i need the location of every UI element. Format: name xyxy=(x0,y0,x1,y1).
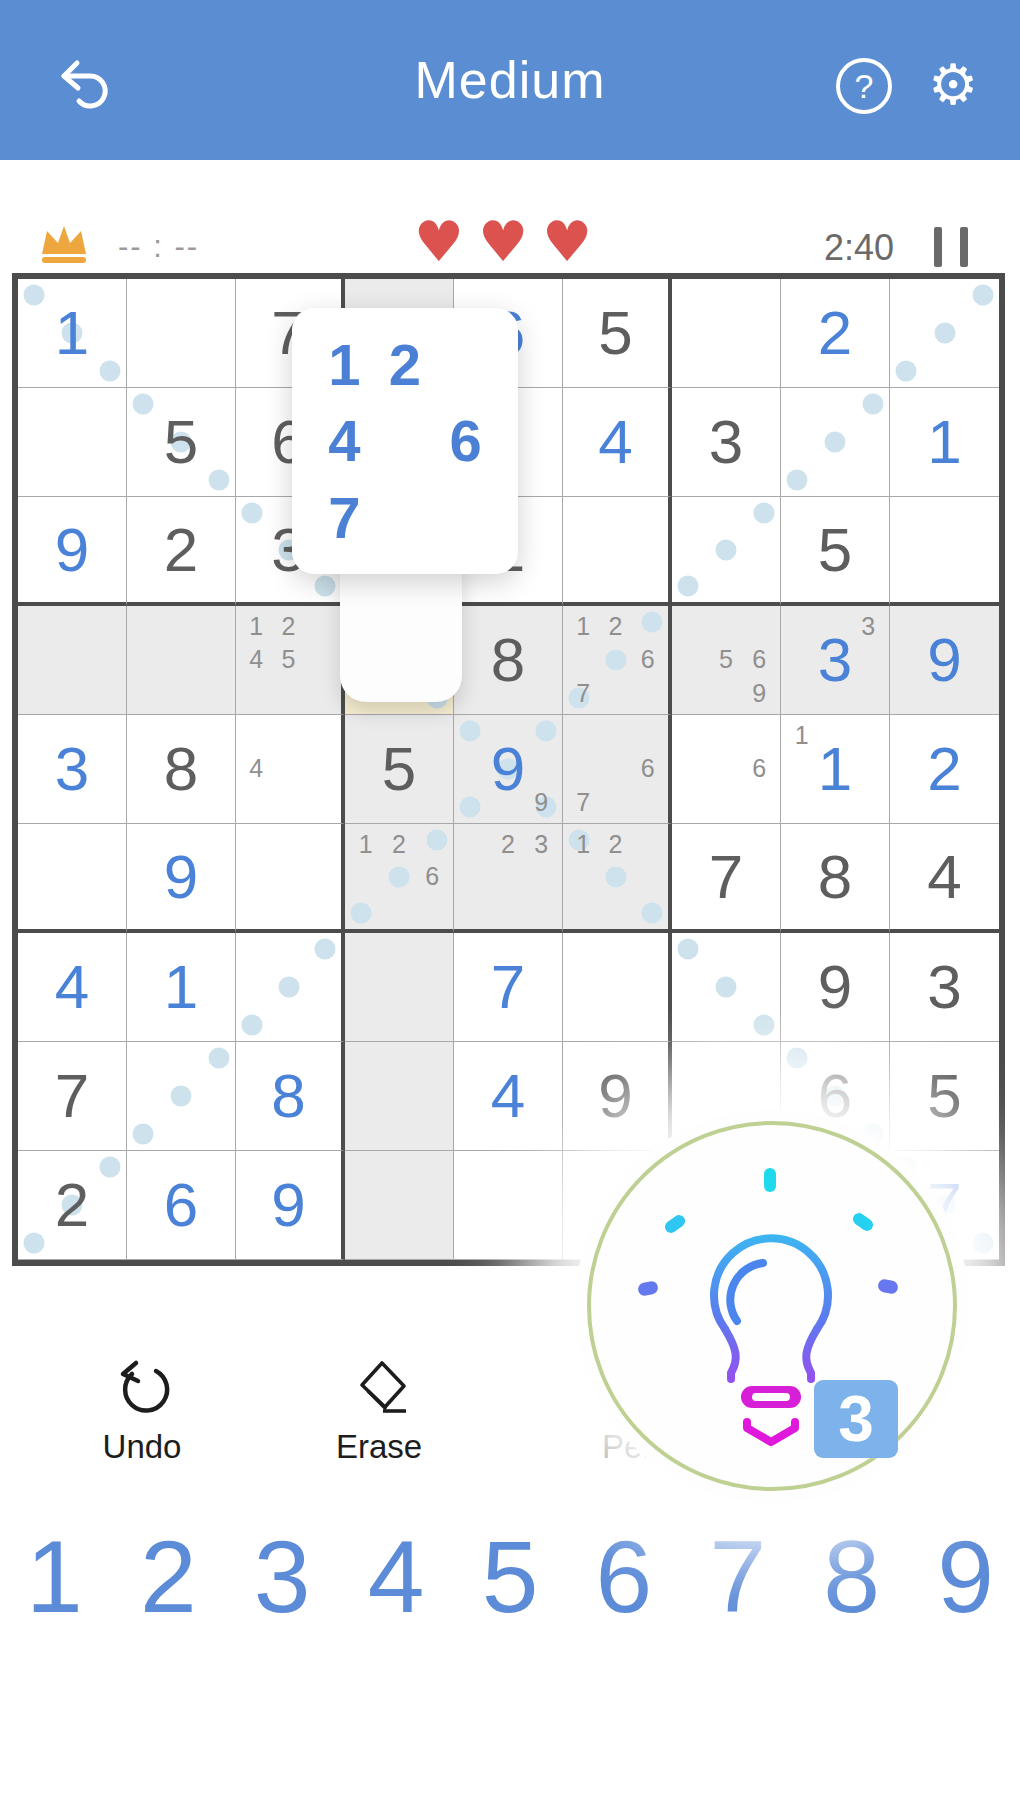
entered-digit: 2 xyxy=(818,302,852,364)
cell-r9c2[interactable]: 6 xyxy=(127,1151,236,1260)
popup-candidate: 4 xyxy=(314,403,375,480)
cell-r7c7[interactable] xyxy=(672,933,781,1042)
entered-digit: 7 xyxy=(491,956,525,1018)
cell-r5c9[interactable]: 2 xyxy=(890,715,999,824)
numpad-7[interactable]: 7 xyxy=(709,1526,766,1628)
cell-r2c9[interactable]: 1 xyxy=(890,388,999,497)
entered-digit: 9 xyxy=(271,1174,305,1236)
pencil-marks: 23 xyxy=(458,828,558,925)
cell-r1c9[interactable] xyxy=(890,279,999,388)
popup-candidates-grid: 12467 xyxy=(314,326,496,556)
diagonal-dot xyxy=(278,977,299,998)
diagonal-dot xyxy=(241,502,262,523)
pencil-marks: 1245 xyxy=(240,610,337,710)
cell-r6c4[interactable]: 126 xyxy=(345,824,454,933)
given-digit: 9 xyxy=(598,1065,632,1127)
entered-digit: 1 xyxy=(164,956,198,1018)
question-icon: ? xyxy=(855,67,874,106)
diagonal-dot xyxy=(315,939,336,960)
cell-r8c9[interactable]: 5 xyxy=(890,1042,999,1151)
erase-label: Erase xyxy=(324,1428,434,1466)
cell-r4c6[interactable]: 1267 xyxy=(563,606,672,715)
popup-candidate: 7 xyxy=(314,479,375,556)
cell-r4c3[interactable]: 1245 xyxy=(236,606,345,715)
cell-r6c8[interactable]: 8 xyxy=(781,824,890,933)
cell-r5c1[interactable]: 3 xyxy=(18,715,127,824)
cell-r7c8[interactable]: 9 xyxy=(781,933,890,1042)
diagonal-dot xyxy=(716,977,737,998)
cell-r4c1[interactable] xyxy=(18,606,127,715)
numpad-2[interactable]: 2 xyxy=(140,1526,197,1628)
back-button[interactable] xyxy=(52,50,114,112)
diagonal-dot xyxy=(99,1157,120,1178)
pause-icon xyxy=(934,227,942,267)
undo-icon xyxy=(110,1358,174,1422)
erase-button[interactable]: Erase xyxy=(324,1358,434,1478)
cell-r3c6[interactable] xyxy=(563,497,672,606)
entered-digit: 3 xyxy=(55,738,89,800)
numpad-5[interactable]: 5 xyxy=(482,1526,539,1628)
entered-digit: 4 xyxy=(598,411,632,473)
diagonal-dot xyxy=(99,360,120,381)
cell-r5c7[interactable]: 6 xyxy=(672,715,781,824)
diagonal-dot xyxy=(934,323,955,344)
cell-r1c6[interactable]: 5 xyxy=(563,279,672,388)
cell-r8c3[interactable]: 8 xyxy=(236,1042,345,1151)
diagonal-dot xyxy=(678,576,699,597)
entered-digit: 3 xyxy=(818,629,852,691)
pause-button[interactable] xyxy=(934,227,968,267)
cell-r3c2[interactable]: 2 xyxy=(127,497,236,606)
cell-r2c1[interactable] xyxy=(18,388,127,497)
cell-r7c4[interactable] xyxy=(345,933,454,1042)
timer: 2:40 xyxy=(824,227,894,269)
popup-candidate: 2 xyxy=(375,326,436,403)
cell-r1c2[interactable] xyxy=(127,279,236,388)
cell-r7c3[interactable] xyxy=(236,933,345,1042)
numpad-3[interactable]: 3 xyxy=(254,1526,311,1628)
given-digit: 5 xyxy=(382,738,416,800)
cell-r8c6[interactable]: 9 xyxy=(563,1042,672,1151)
cell-r6c5[interactable]: 23 xyxy=(454,824,563,933)
given-digit: 5 xyxy=(927,1065,961,1127)
diagonal-dot xyxy=(171,1086,192,1107)
cell-r6c9[interactable]: 4 xyxy=(890,824,999,933)
cell-r4c7[interactable]: 569 xyxy=(672,606,781,715)
cell-r5c8[interactable]: 11 xyxy=(781,715,890,824)
cell-r5c3[interactable]: 4 xyxy=(236,715,345,824)
diagonal-dot xyxy=(678,939,699,960)
diagonal-dot xyxy=(241,1014,262,1035)
cell-r4c5[interactable]: 8 xyxy=(454,606,563,715)
diagonal-dot xyxy=(716,539,737,560)
diagonal-dot xyxy=(972,285,993,306)
given-digit: 5 xyxy=(164,411,198,473)
entered-digit: 4 xyxy=(491,1065,525,1127)
given-digit: 5 xyxy=(818,519,852,581)
undo-button[interactable]: Undo xyxy=(87,1358,197,1478)
cell-r3c9[interactable] xyxy=(890,497,999,606)
popup-candidate: 6 xyxy=(435,403,496,480)
diagonal-dot xyxy=(753,502,774,523)
cell-r5c2[interactable]: 8 xyxy=(127,715,236,824)
pencil-marks: 4 xyxy=(240,719,337,819)
cell-r1c8[interactable]: 2 xyxy=(781,279,890,388)
cell-r8c1[interactable]: 7 xyxy=(18,1042,127,1151)
cell-r6c1[interactable] xyxy=(18,824,127,933)
given-digit: 4 xyxy=(927,846,961,908)
given-digit: 5 xyxy=(598,302,632,364)
cell-r8c2[interactable] xyxy=(127,1042,236,1151)
diagonal-dot xyxy=(825,432,846,453)
diagonal-dot xyxy=(24,1232,45,1253)
number-pad: 123456789 xyxy=(26,1522,994,1632)
cell-r7c5[interactable]: 7 xyxy=(454,933,563,1042)
entered-digit: 2 xyxy=(927,738,961,800)
given-digit: 2 xyxy=(164,519,198,581)
entered-digit: 1 xyxy=(55,302,89,364)
hint-badge: 3 xyxy=(814,1380,898,1458)
pencil-marks: 1267 xyxy=(567,610,664,710)
entered-digit: 9 xyxy=(491,738,525,800)
numpad-1[interactable]: 1 xyxy=(26,1526,83,1628)
cell-r3c7[interactable] xyxy=(672,497,781,606)
cell-r6c2[interactable]: 9 xyxy=(127,824,236,933)
numpad-9[interactable]: 9 xyxy=(937,1526,994,1628)
given-digit: 7 xyxy=(55,1065,89,1127)
entered-digit: 6 xyxy=(164,1174,198,1236)
diagonal-dot xyxy=(133,1123,154,1144)
diagonal-dot xyxy=(133,394,154,415)
entered-digit: 9 xyxy=(164,846,198,908)
sparkle-icon xyxy=(764,1168,776,1192)
app-header: Medium ? ⚙ xyxy=(0,0,1020,160)
undo-label: Undo xyxy=(87,1428,197,1466)
cell-r1c1[interactable]: 1 xyxy=(18,279,127,388)
eraser-icon xyxy=(347,1358,411,1422)
app-screen: Medium ? ⚙ -- : -- ♥♥♥ 2:40 176525643192… xyxy=(0,0,1020,1813)
cell-r6c3[interactable] xyxy=(236,824,345,933)
status-bar: -- : -- ♥♥♥ 2:40 xyxy=(0,205,1020,285)
entered-digit: 4 xyxy=(55,956,89,1018)
entered-digit: 1 xyxy=(927,411,961,473)
back-arrow-icon xyxy=(52,50,114,112)
given-digit: 8 xyxy=(491,629,525,691)
cell-r8c4[interactable] xyxy=(345,1042,454,1151)
cell-r7c9[interactable]: 3 xyxy=(890,933,999,1042)
entered-digit: 9 xyxy=(927,629,961,691)
cell-r7c6[interactable] xyxy=(563,933,672,1042)
diagonal-dot xyxy=(787,1048,808,1069)
cell-r7c1[interactable]: 4 xyxy=(18,933,127,1042)
candidate-popup: 12467 xyxy=(292,308,518,574)
given-digit: 8 xyxy=(164,738,198,800)
cell-r1c7[interactable] xyxy=(672,279,781,388)
cell-r6c6[interactable]: 12 xyxy=(563,824,672,933)
settings-button[interactable]: ⚙ xyxy=(922,50,984,118)
diagonal-dot xyxy=(208,469,229,490)
diagonal-dot xyxy=(862,394,883,415)
entered-digit: 1 xyxy=(818,738,852,800)
pencil-marks: 12 xyxy=(567,828,664,925)
cell-r2c8[interactable] xyxy=(781,388,890,497)
cell-r3c1[interactable]: 9 xyxy=(18,497,127,606)
entered-digit: 9 xyxy=(55,519,89,581)
cell-r7c2[interactable]: 1 xyxy=(127,933,236,1042)
diagonal-dot xyxy=(315,576,336,597)
numpad-6[interactable]: 6 xyxy=(596,1526,653,1628)
given-digit: 7 xyxy=(709,846,743,908)
cell-r5c5[interactable]: 99 xyxy=(454,715,563,824)
cell-r9c1[interactable]: 2 xyxy=(18,1151,127,1260)
cell-r6c7[interactable]: 7 xyxy=(672,824,781,933)
diagonal-dot xyxy=(24,285,45,306)
cell-r4c9[interactable]: 9 xyxy=(890,606,999,715)
given-digit: 9 xyxy=(818,956,852,1018)
pencil-marks: 6 xyxy=(676,719,776,819)
given-digit: 8 xyxy=(818,846,852,908)
given-digit: 3 xyxy=(927,956,961,1018)
diagonal-dot xyxy=(753,1014,774,1035)
entered-digit: 8 xyxy=(271,1065,305,1127)
cell-r9c5[interactable] xyxy=(454,1151,563,1260)
pencil-marks: 569 xyxy=(676,610,776,710)
diagonal-dot xyxy=(787,469,808,490)
cell-r5c6[interactable]: 67 xyxy=(563,715,672,824)
cell-r8c5[interactable]: 4 xyxy=(454,1042,563,1151)
numpad-4[interactable]: 4 xyxy=(368,1526,425,1628)
cell-r3c8[interactable]: 5 xyxy=(781,497,890,606)
cell-r9c4[interactable] xyxy=(345,1151,454,1260)
gear-icon: ⚙ xyxy=(928,52,978,117)
numpad-8[interactable]: 8 xyxy=(823,1526,880,1628)
help-button[interactable]: ? xyxy=(836,58,892,114)
cell-r5c4[interactable]: 5 xyxy=(345,715,454,824)
cell-r2c7[interactable]: 3 xyxy=(672,388,781,497)
diagonal-dot xyxy=(208,1048,229,1069)
cell-r2c2[interactable]: 5 xyxy=(127,388,236,497)
cell-r4c2[interactable] xyxy=(127,606,236,715)
pencil-marks: 67 xyxy=(567,719,664,819)
diagonal-dot xyxy=(972,1232,993,1253)
diagonal-dot xyxy=(896,360,917,381)
cell-r9c3[interactable]: 9 xyxy=(236,1151,345,1260)
pencil-marks: 126 xyxy=(349,828,449,925)
popup-candidate: 1 xyxy=(314,326,375,403)
given-digit: 2 xyxy=(55,1174,89,1236)
cell-r2c6[interactable]: 4 xyxy=(563,388,672,497)
given-digit: 3 xyxy=(709,411,743,473)
cell-r4c8[interactable]: 33 xyxy=(781,606,890,715)
